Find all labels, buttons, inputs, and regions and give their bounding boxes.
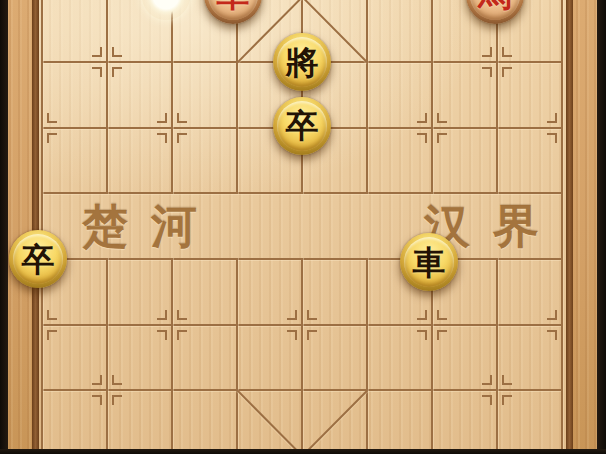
point-marker-corner (502, 395, 512, 405)
river-label-chu-he: 楚河 (82, 196, 220, 258)
grid-vline (171, 0, 173, 194)
point-marker-corner (482, 47, 492, 57)
point-marker-corner (92, 47, 102, 57)
grid-vline (236, 258, 238, 454)
point-marker-corner (482, 375, 492, 385)
point-marker-corner (47, 310, 57, 320)
board-border-right (566, 0, 573, 454)
grid-vline (41, 0, 43, 454)
point-marker-corner (482, 395, 492, 405)
point-marker-corner (177, 113, 187, 123)
grid-vline (366, 258, 368, 454)
point-marker-corner (502, 375, 512, 385)
point-marker-corner (307, 310, 317, 320)
point-marker-corner (157, 133, 167, 143)
grid-vline (366, 0, 368, 194)
point-marker-corner (437, 310, 447, 320)
point-marker-corner (502, 47, 512, 57)
point-marker-corner (417, 133, 427, 143)
point-marker-corner (112, 47, 122, 57)
point-marker-corner (92, 375, 102, 385)
piece-glyph-black-soldier-file-e: 卒 (286, 109, 319, 142)
point-marker-corner (437, 133, 447, 143)
point-marker-corner (482, 67, 492, 77)
grid-vline (106, 258, 108, 454)
point-marker-corner (177, 133, 187, 143)
board-border-left (32, 0, 39, 454)
screen-edge-right (597, 0, 606, 454)
grid-vline (431, 0, 433, 194)
grid-vline (106, 0, 108, 194)
grid-vline (301, 258, 303, 454)
grid-vline (496, 258, 498, 454)
piece-glyph-red-chariot: 車 (217, 0, 250, 11)
point-marker-corner (47, 330, 57, 340)
point-marker-corner (112, 67, 122, 77)
point-marker-corner (177, 330, 187, 340)
point-marker-corner (547, 113, 557, 123)
point-marker-corner (112, 375, 122, 385)
point-marker-corner (157, 310, 167, 320)
piece-glyph-black-general: 將 (286, 46, 319, 79)
black-chariot[interactable]: 車 (400, 233, 458, 291)
piece-glyph-black-soldier-file-a: 卒 (22, 243, 55, 276)
point-marker-corner (547, 133, 557, 143)
point-marker-corner (417, 113, 427, 123)
black-soldier-file-a[interactable]: 卒 (9, 230, 67, 288)
point-marker-corner (287, 330, 297, 340)
point-marker-corner (112, 395, 122, 405)
black-soldier-file-e[interactable]: 卒 (273, 97, 331, 155)
point-marker-corner (47, 113, 57, 123)
grid-vline (236, 0, 238, 194)
screen-edge-left (0, 0, 8, 454)
point-marker-corner (92, 395, 102, 405)
point-marker-corner (502, 67, 512, 77)
point-marker-corner (92, 67, 102, 77)
black-general[interactable]: 將 (273, 33, 331, 91)
point-marker-corner (157, 113, 167, 123)
point-marker-corner (307, 330, 317, 340)
point-marker-corner (417, 330, 427, 340)
xiangqi-game-screen: 楚河 汉界 車馬將卒卒車 (0, 0, 606, 454)
point-marker-corner (157, 330, 167, 340)
piece-glyph-black-chariot: 車 (413, 246, 446, 279)
point-marker-corner (287, 310, 297, 320)
point-marker-corner (417, 310, 427, 320)
screen-edge-bottom (0, 449, 606, 454)
piece-glyph-red-horse: 馬 (479, 0, 512, 11)
point-marker-corner (437, 113, 447, 123)
point-marker-corner (47, 133, 57, 143)
point-marker-corner (547, 310, 557, 320)
grid-vline (171, 258, 173, 454)
point-marker-corner (547, 330, 557, 340)
point-marker-corner (437, 330, 447, 340)
grid-vline (496, 0, 498, 194)
point-marker-corner (177, 310, 187, 320)
